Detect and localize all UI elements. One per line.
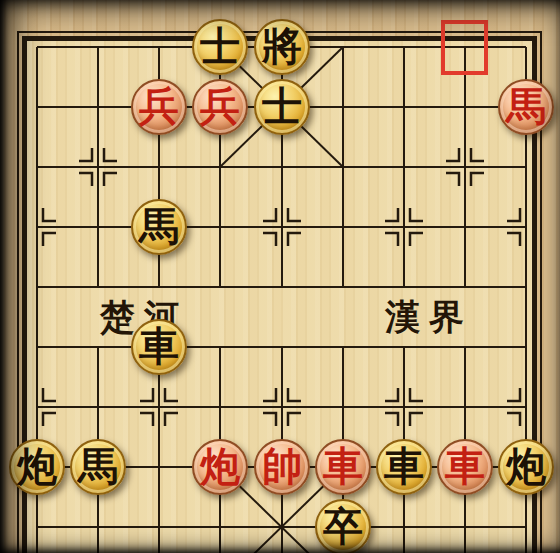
piece-glyph: 帥 xyxy=(262,447,302,487)
piece-glyph: 炮 xyxy=(506,447,546,487)
piece-black-horse[interactable]: 馬 xyxy=(131,199,187,255)
piece-black-advisor[interactable]: 士 xyxy=(192,19,248,75)
last-move-highlight xyxy=(441,20,488,75)
piece-glyph: 卒 xyxy=(323,507,363,547)
piece-glyph: 馬 xyxy=(139,207,179,247)
river-label-right: 漢界 xyxy=(385,294,473,341)
piece-glyph: 將 xyxy=(262,27,302,67)
piece-red-horse[interactable]: 馬 xyxy=(498,79,554,135)
piece-black-general[interactable]: 將 xyxy=(254,19,310,75)
piece-glyph: 士 xyxy=(200,27,240,67)
piece-red-chariot[interactable]: 車 xyxy=(437,439,493,495)
piece-glyph: 兵 xyxy=(200,87,240,127)
piece-glyph: 車 xyxy=(323,447,363,487)
piece-glyph: 馬 xyxy=(506,87,546,127)
piece-black-advisor[interactable]: 士 xyxy=(254,79,310,135)
piece-black-soldier[interactable]: 卒 xyxy=(315,499,371,553)
piece-red-cannon[interactable]: 炮 xyxy=(192,439,248,495)
piece-glyph: 車 xyxy=(384,447,424,487)
piece-black-cannon[interactable]: 炮 xyxy=(498,439,554,495)
xiangqi-board[interactable]: 楚河 漢界 士將兵兵士馬馬車炮馬炮帥車車車炮卒 xyxy=(0,0,560,553)
piece-glyph: 車 xyxy=(445,447,485,487)
piece-red-chariot[interactable]: 車 xyxy=(315,439,371,495)
piece-glyph: 士 xyxy=(262,87,302,127)
piece-black-cannon[interactable]: 炮 xyxy=(9,439,65,495)
piece-black-chariot[interactable]: 車 xyxy=(131,319,187,375)
piece-red-general[interactable]: 帥 xyxy=(254,439,310,495)
piece-red-soldier[interactable]: 兵 xyxy=(192,79,248,135)
piece-black-chariot[interactable]: 車 xyxy=(376,439,432,495)
piece-glyph: 炮 xyxy=(17,447,57,487)
piece-glyph: 馬 xyxy=(78,447,118,487)
piece-glyph: 兵 xyxy=(139,87,179,127)
piece-black-horse[interactable]: 馬 xyxy=(70,439,126,495)
piece-red-soldier[interactable]: 兵 xyxy=(131,79,187,135)
piece-glyph: 炮 xyxy=(200,447,240,487)
piece-glyph: 車 xyxy=(139,327,179,367)
